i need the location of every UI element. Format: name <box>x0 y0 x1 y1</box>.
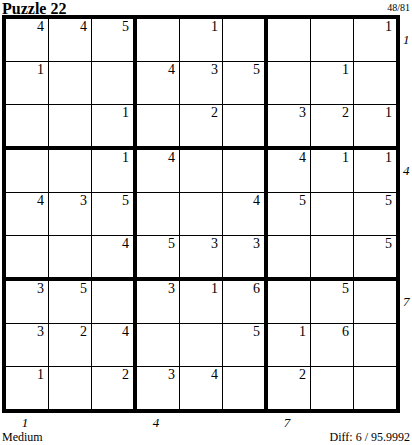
cell-r9c9[interactable] <box>354 367 396 409</box>
cell-r8c6[interactable]: 5 <box>223 324 268 367</box>
cell-r6c4[interactable]: 5 <box>137 236 180 281</box>
cell-r3c5[interactable]: 2 <box>180 105 223 150</box>
cell-r4c6[interactable] <box>223 150 268 193</box>
cell-r7c3[interactable] <box>92 281 137 324</box>
cell-r7c6[interactable]: 6 <box>223 281 268 324</box>
cell-r4c3[interactable]: 1 <box>92 150 137 193</box>
cell-r5c1[interactable]: 4 <box>6 193 49 236</box>
cell-r4c4[interactable]: 4 <box>137 150 180 193</box>
cell-r6c2[interactable] <box>49 236 92 281</box>
cell-r2c6[interactable]: 5 <box>223 62 268 105</box>
cell-r2c1[interactable]: 1 <box>6 62 49 105</box>
cell-r1c6[interactable] <box>223 19 268 62</box>
cell-r2c3[interactable] <box>92 62 137 105</box>
cell-r6c1[interactable] <box>6 236 49 281</box>
cell-r9c4[interactable]: 3 <box>137 367 180 409</box>
cell-r1c2[interactable]: 4 <box>49 19 92 62</box>
cell-r4c5[interactable] <box>180 150 223 193</box>
sudoku-board: 4451114351123211441143545545335353165324… <box>2 15 400 413</box>
cell-r4c1[interactable] <box>6 150 49 193</box>
cell-r1c1[interactable]: 4 <box>6 19 49 62</box>
difficulty-score: Diff: 6 / 95.9992 <box>330 430 410 445</box>
cell-r7c9[interactable] <box>354 281 396 324</box>
cell-r7c1[interactable]: 3 <box>6 281 49 324</box>
cell-r3c2[interactable] <box>49 105 92 150</box>
cell-r4c7[interactable]: 4 <box>268 150 311 193</box>
cell-r2c8[interactable]: 1 <box>311 62 354 105</box>
cell-r8c8[interactable]: 6 <box>311 324 354 367</box>
cell-r9c1[interactable]: 1 <box>6 367 49 409</box>
cell-r3c9[interactable]: 1 <box>354 105 396 150</box>
cell-r8c9[interactable] <box>354 324 396 367</box>
cell-r5c8[interactable] <box>311 193 354 236</box>
cell-r5c6[interactable]: 4 <box>223 193 268 236</box>
cell-r8c3[interactable]: 4 <box>92 324 137 367</box>
difficulty-label: Medium <box>2 430 43 445</box>
cell-r7c7[interactable] <box>268 281 311 324</box>
cell-r7c8[interactable]: 5 <box>311 281 354 324</box>
cell-r8c5[interactable] <box>180 324 223 367</box>
cell-r2c2[interactable] <box>49 62 92 105</box>
cell-r1c9[interactable]: 1 <box>354 19 396 62</box>
row-label-7: 7 <box>403 295 412 308</box>
cell-r1c7[interactable] <box>268 19 311 62</box>
cell-r6c7[interactable] <box>268 236 311 281</box>
cell-r1c4[interactable] <box>137 19 180 62</box>
cell-r2c4[interactable]: 4 <box>137 62 180 105</box>
cell-r5c4[interactable] <box>137 193 180 236</box>
col-label-7: 7 <box>277 416 297 429</box>
cell-r5c3[interactable]: 5 <box>92 193 137 236</box>
cell-r2c9[interactable] <box>354 62 396 105</box>
cell-r3c3[interactable]: 1 <box>92 105 137 150</box>
cell-r6c5[interactable]: 3 <box>180 236 223 281</box>
progress-counter: 48/81 <box>387 2 410 13</box>
cell-r2c5[interactable]: 3 <box>180 62 223 105</box>
cell-r5c7[interactable]: 5 <box>268 193 311 236</box>
cell-r8c7[interactable]: 1 <box>268 324 311 367</box>
cell-r9c8[interactable] <box>311 367 354 409</box>
cell-r7c2[interactable]: 5 <box>49 281 92 324</box>
cell-r8c4[interactable] <box>137 324 180 367</box>
cell-r9c7[interactable]: 2 <box>268 367 311 409</box>
cell-r6c3[interactable]: 4 <box>92 236 137 281</box>
cell-r4c9[interactable]: 1 <box>354 150 396 193</box>
cell-r6c9[interactable]: 5 <box>354 236 396 281</box>
cell-r7c4[interactable]: 3 <box>137 281 180 324</box>
cell-r3c4[interactable] <box>137 105 180 150</box>
col-label-1: 1 <box>15 416 35 429</box>
cell-r6c8[interactable] <box>311 236 354 281</box>
cell-r5c2[interactable]: 3 <box>49 193 92 236</box>
cell-r1c8[interactable] <box>311 19 354 62</box>
cell-r3c6[interactable] <box>223 105 268 150</box>
cell-r9c3[interactable]: 2 <box>92 367 137 409</box>
cell-r1c5[interactable]: 1 <box>180 19 223 62</box>
cell-r5c5[interactable] <box>180 193 223 236</box>
cell-r8c1[interactable]: 3 <box>6 324 49 367</box>
cell-r8c2[interactable]: 2 <box>49 324 92 367</box>
cell-r3c7[interactable]: 3 <box>268 105 311 150</box>
cell-r7c5[interactable]: 1 <box>180 281 223 324</box>
cell-r4c8[interactable]: 1 <box>311 150 354 193</box>
row-label-4: 4 <box>403 164 412 177</box>
cell-r3c8[interactable]: 2 <box>311 105 354 150</box>
cell-r9c5[interactable]: 4 <box>180 367 223 409</box>
col-label-4: 4 <box>146 416 166 429</box>
cell-r1c3[interactable]: 5 <box>92 19 137 62</box>
cell-r9c6[interactable] <box>223 367 268 409</box>
cell-r4c2[interactable] <box>49 150 92 193</box>
cell-r6c6[interactable]: 3 <box>223 236 268 281</box>
cell-r2c7[interactable] <box>268 62 311 105</box>
cell-r5c9[interactable]: 5 <box>354 193 396 236</box>
row-label-1: 1 <box>403 33 412 46</box>
cell-r9c2[interactable] <box>49 367 92 409</box>
cell-r3c1[interactable] <box>6 105 49 150</box>
